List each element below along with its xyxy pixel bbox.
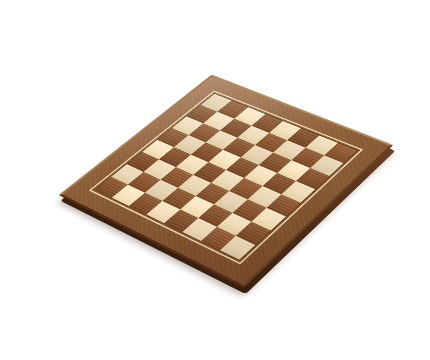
frame-inlay-line <box>89 90 363 264</box>
product-photo-background <box>0 0 430 360</box>
board-perspective-wrapper <box>0 0 430 360</box>
chess-board <box>59 75 394 288</box>
board-tilt-wrapper <box>0 0 430 360</box>
